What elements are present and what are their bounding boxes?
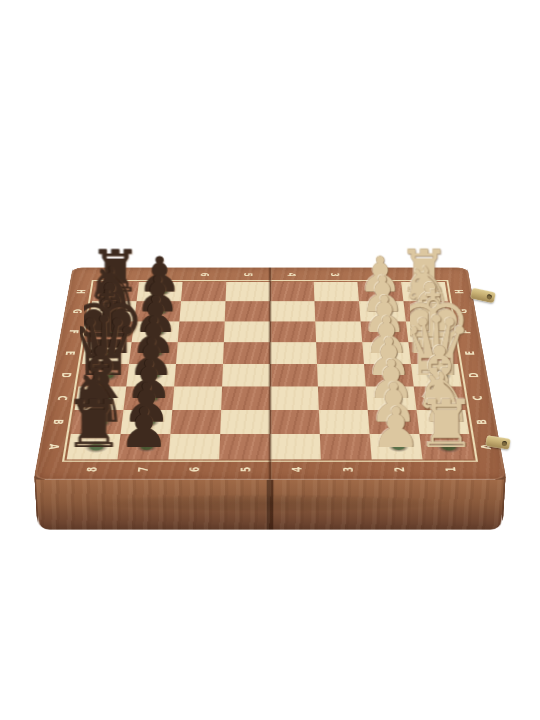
square-a5 xyxy=(219,434,270,459)
floor-shadow xyxy=(45,492,495,514)
square-d6 xyxy=(174,364,223,386)
left-label-B: B xyxy=(33,415,85,429)
square-b5 xyxy=(220,410,270,434)
square-c3 xyxy=(318,386,368,409)
square-g6 xyxy=(179,301,225,321)
square-h6 xyxy=(181,282,226,301)
left-label-A: A xyxy=(28,439,81,454)
far-edge-rank-labels: 87654321 xyxy=(95,268,445,282)
left-label-E: E xyxy=(46,347,95,359)
square-b2 xyxy=(368,410,420,434)
left-label-F: F xyxy=(50,326,98,338)
left-label-C: C xyxy=(37,391,88,404)
square-c8 xyxy=(75,386,127,409)
square-e4 xyxy=(270,342,317,364)
square-e3 xyxy=(316,342,364,364)
square-f4 xyxy=(270,321,316,342)
square-f6 xyxy=(178,321,225,342)
square-c5 xyxy=(221,386,270,409)
square-c2 xyxy=(366,386,417,409)
square-f5 xyxy=(224,321,270,342)
far-label-5: 5 xyxy=(231,265,265,284)
square-b3 xyxy=(319,410,370,434)
right-label-E: E xyxy=(445,347,494,359)
square-e5 xyxy=(223,342,270,364)
square-b8 xyxy=(71,410,124,434)
square-d7 xyxy=(126,364,176,386)
square-h3 xyxy=(314,282,359,301)
product-photo: 87654321 87654321 HGFEDCBA HGFEDCBA ♜♟♟♜… xyxy=(0,0,540,720)
right-label-C: C xyxy=(452,391,503,404)
square-g5 xyxy=(225,301,270,321)
far-label-8: 8 xyxy=(100,265,136,284)
right-label-D: D xyxy=(449,369,499,382)
left-edge-file-labels: HGFEDCBA xyxy=(37,282,95,460)
square-h7 xyxy=(137,282,183,301)
square-e2 xyxy=(362,342,411,364)
right-label-G: G xyxy=(439,306,486,318)
far-label-4: 4 xyxy=(275,265,309,284)
square-b1 xyxy=(417,410,470,434)
far-label-1: 1 xyxy=(404,265,440,284)
left-label-G: G xyxy=(54,306,101,318)
photo-scene: 87654321 87654321 HGFEDCBA HGFEDCBA ♜♟♟♜… xyxy=(0,0,540,720)
square-c7 xyxy=(123,386,174,409)
square-d3 xyxy=(317,364,366,386)
square-a4 xyxy=(270,434,321,459)
square-b6 xyxy=(170,410,221,434)
right-edge-file-labels: HGFEDCBA xyxy=(445,282,503,460)
square-f2 xyxy=(361,321,409,342)
right-label-F: F xyxy=(442,326,490,338)
square-f7 xyxy=(132,321,180,342)
square-b7 xyxy=(121,410,173,434)
left-label-D: D xyxy=(42,369,92,382)
square-h5 xyxy=(226,282,270,301)
fold-seam xyxy=(268,268,272,480)
square-a3 xyxy=(320,434,372,459)
square-c4 xyxy=(270,386,319,409)
square-d4 xyxy=(270,364,318,386)
square-h4 xyxy=(270,282,314,301)
square-c6 xyxy=(172,386,222,409)
far-label-7: 7 xyxy=(144,265,179,284)
square-d5 xyxy=(222,364,270,386)
near-edge-rank-labels: 87654321 xyxy=(63,459,476,479)
left-label-H: H xyxy=(58,286,104,297)
chess-board: 87654321 87654321 HGFEDCBA HGFEDCBA ♜♟♟♜… xyxy=(34,268,506,480)
brass-clasp-icon xyxy=(470,288,496,304)
square-h2 xyxy=(357,282,403,301)
right-label-B: B xyxy=(456,415,508,429)
square-g3 xyxy=(314,301,360,321)
square-d2 xyxy=(364,364,414,386)
far-label-3: 3 xyxy=(318,265,352,284)
square-g7 xyxy=(134,301,181,321)
square-g2 xyxy=(359,301,406,321)
far-label-6: 6 xyxy=(188,265,222,284)
square-c1 xyxy=(414,386,466,409)
square-e6 xyxy=(176,342,224,364)
square-e7 xyxy=(129,342,178,364)
far-label-2: 2 xyxy=(361,265,396,284)
square-a6 xyxy=(168,434,220,459)
square-b4 xyxy=(270,410,320,434)
square-f3 xyxy=(315,321,362,342)
square-g4 xyxy=(270,301,315,321)
